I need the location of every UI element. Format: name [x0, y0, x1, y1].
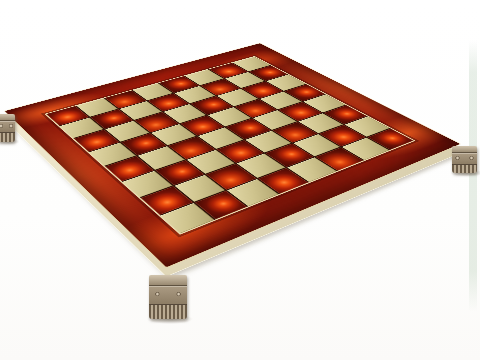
foot-cap: [0, 114, 15, 121]
foot-cap: [149, 275, 187, 286]
foot-ribbed-base: [0, 132, 15, 142]
corner-foot-near: [149, 275, 187, 319]
foot-ribbed-base: [149, 304, 187, 319]
foot-volute: [452, 153, 477, 164]
foot-cap: [452, 146, 477, 153]
foot-ribbed-base: [452, 164, 477, 173]
foot-volute: [149, 286, 187, 304]
product-photo-chessboard: [0, 0, 480, 360]
corner-foot-left: [0, 114, 15, 142]
chess-board: [4, 43, 461, 268]
corner-foot-right: [452, 146, 477, 173]
foot-volute: [0, 121, 15, 132]
